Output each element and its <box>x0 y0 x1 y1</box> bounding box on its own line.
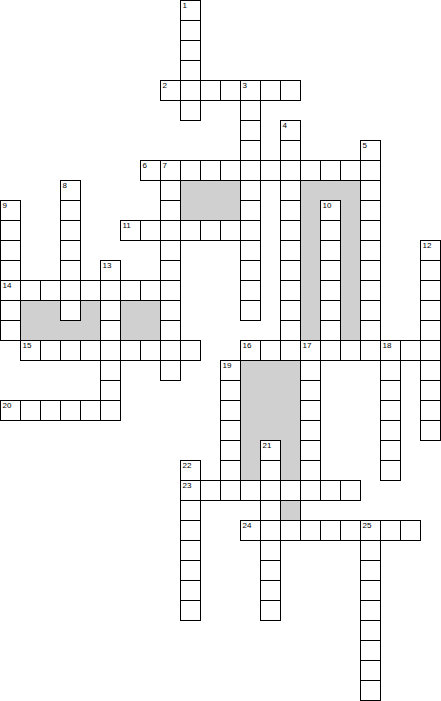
grid-cell[interactable] <box>360 240 381 261</box>
grid-cell[interactable]: 18 <box>380 340 401 361</box>
grid-cell[interactable]: 20 <box>0 400 21 421</box>
grid-cell[interactable] <box>20 400 41 421</box>
clue-number: 7 <box>163 161 167 170</box>
grid-cell[interactable] <box>60 400 81 421</box>
clue-number: 9 <box>3 201 7 210</box>
grid-cell[interactable] <box>100 300 121 321</box>
grid-cell[interactable] <box>200 80 221 101</box>
grid-cell[interactable] <box>220 400 241 421</box>
clue-number: 14 <box>3 281 12 290</box>
grid-cell[interactable] <box>340 520 361 541</box>
grid-cell[interactable] <box>260 480 281 501</box>
grid-cell[interactable] <box>320 260 341 281</box>
grid-cell[interactable] <box>0 320 21 341</box>
grid-cell[interactable] <box>400 520 421 541</box>
grid-cell[interactable]: 8 <box>60 180 81 201</box>
grid-cell[interactable]: 21 <box>260 440 281 461</box>
grid-cell[interactable] <box>280 280 301 301</box>
grid-cell[interactable] <box>260 560 281 581</box>
grid-cell[interactable] <box>360 340 381 361</box>
grid-cell[interactable] <box>280 200 301 221</box>
grid-cell[interactable] <box>360 580 381 601</box>
grid-cell[interactable]: 4 <box>280 120 301 141</box>
grid-cell[interactable] <box>240 160 261 181</box>
grid-cell[interactable] <box>320 300 341 321</box>
grid-cell[interactable] <box>140 280 161 301</box>
grid-cell[interactable] <box>300 480 321 501</box>
grid-cell[interactable] <box>280 320 301 341</box>
clue-number: 13 <box>103 261 112 270</box>
grid-cell[interactable] <box>300 400 321 421</box>
grid-cell[interactable] <box>40 400 61 421</box>
grid-cell[interactable] <box>180 160 201 181</box>
grid-cell[interactable] <box>280 260 301 281</box>
grid-cell[interactable] <box>0 240 21 261</box>
grid-cell[interactable] <box>40 340 61 361</box>
clue-number: 15 <box>23 341 32 350</box>
grid-cell[interactable] <box>360 260 381 281</box>
grid-cell[interactable] <box>180 100 201 121</box>
clue-number: 11 <box>123 221 131 230</box>
grid-cell[interactable] <box>0 300 21 321</box>
grid-cell[interactable] <box>220 80 241 101</box>
grid-cell[interactable] <box>240 180 261 201</box>
grid-cell[interactable] <box>420 260 441 281</box>
grid-cell[interactable] <box>240 280 261 301</box>
grid-cell[interactable] <box>300 440 321 461</box>
grid-cell[interactable] <box>420 280 441 301</box>
grid-cell[interactable] <box>80 400 101 421</box>
grid-cell[interactable] <box>60 200 81 221</box>
grid-cell[interactable] <box>300 420 321 441</box>
clue-number: 6 <box>143 161 147 170</box>
clue-number: 5 <box>363 141 367 150</box>
grid-cell[interactable] <box>260 460 281 481</box>
grid-cell[interactable] <box>320 480 341 501</box>
grid-cell[interactable] <box>380 400 401 421</box>
grid-cell[interactable] <box>160 240 181 261</box>
shaded-region <box>280 500 301 521</box>
grid-cell[interactable] <box>420 300 441 321</box>
grid-cell[interactable] <box>300 520 321 541</box>
grid-cell[interactable] <box>300 380 321 401</box>
grid-cell[interactable] <box>380 420 401 441</box>
grid-cell[interactable]: 19 <box>220 360 241 381</box>
grid-cell[interactable] <box>280 340 301 361</box>
grid-cell[interactable] <box>360 660 381 681</box>
grid-cell[interactable]: 13 <box>100 260 121 281</box>
grid-cell[interactable] <box>340 480 361 501</box>
grid-cell[interactable] <box>240 300 261 321</box>
clue-number: 16 <box>243 341 252 350</box>
grid-cell[interactable] <box>360 600 381 621</box>
grid-cell[interactable]: 12 <box>420 240 441 261</box>
grid-cell[interactable] <box>180 580 201 601</box>
grid-cell[interactable] <box>240 480 261 501</box>
grid-cell[interactable] <box>220 380 241 401</box>
grid-cell[interactable] <box>260 80 281 101</box>
grid-cell[interactable]: 22 <box>180 460 201 481</box>
grid-cell[interactable] <box>220 160 241 181</box>
grid-cell[interactable] <box>100 320 121 341</box>
grid-cell[interactable] <box>0 260 21 281</box>
grid-cell[interactable] <box>60 280 81 301</box>
crossword-board: 1234567891011121314151617181920212223242… <box>0 0 441 701</box>
grid-cell[interactable] <box>160 220 181 241</box>
grid-cell[interactable] <box>180 600 201 621</box>
clue-number: 3 <box>243 81 247 90</box>
grid-cell[interactable] <box>420 400 441 421</box>
grid-cell[interactable] <box>100 380 121 401</box>
grid-cell[interactable] <box>180 520 201 541</box>
grid-cell[interactable] <box>340 160 361 181</box>
grid-cell[interactable]: 10 <box>320 200 341 221</box>
clue-number: 18 <box>383 341 392 350</box>
grid-cell[interactable]: 17 <box>300 340 321 361</box>
grid-cell[interactable] <box>380 520 401 541</box>
grid-cell[interactable] <box>360 300 381 321</box>
clue-number: 8 <box>63 181 67 190</box>
grid-cell[interactable] <box>280 140 301 161</box>
grid-cell[interactable] <box>320 280 341 301</box>
clue-number: 2 <box>163 81 167 90</box>
grid-cell[interactable] <box>280 180 301 201</box>
grid-cell[interactable] <box>240 260 261 281</box>
grid-cell[interactable] <box>20 280 41 301</box>
grid-cell[interactable] <box>360 680 381 701</box>
grid-cell[interactable]: 24 <box>240 520 261 541</box>
grid-cell[interactable] <box>380 380 401 401</box>
grid-cell[interactable] <box>420 380 441 401</box>
grid-cell[interactable]: 9 <box>0 200 21 221</box>
grid-cell[interactable] <box>300 460 321 481</box>
grid-cell[interactable] <box>360 160 381 181</box>
grid-cell[interactable] <box>380 360 401 381</box>
clue-number: 4 <box>283 121 287 130</box>
grid-cell[interactable] <box>180 500 201 521</box>
clue-number: 25 <box>363 521 372 530</box>
grid-cell[interactable] <box>260 160 281 181</box>
grid-cell[interactable] <box>260 340 281 361</box>
grid-cell[interactable] <box>240 240 261 261</box>
grid-cell[interactable] <box>420 320 441 341</box>
grid-cell[interactable] <box>60 240 81 261</box>
grid-cell[interactable] <box>80 340 101 361</box>
clue-number: 12 <box>423 241 432 250</box>
grid-cell[interactable] <box>300 160 321 181</box>
grid-cell[interactable] <box>100 280 121 301</box>
grid-cell[interactable] <box>300 360 321 381</box>
grid-cell[interactable] <box>220 220 241 241</box>
grid-cell[interactable]: 5 <box>360 140 381 161</box>
grid-cell[interactable] <box>420 340 441 361</box>
grid-cell[interactable] <box>220 440 241 461</box>
grid-cell[interactable] <box>240 120 261 141</box>
grid-cell[interactable]: 3 <box>240 80 261 101</box>
grid-cell[interactable] <box>180 40 201 61</box>
grid-cell[interactable] <box>320 240 341 261</box>
grid-cell[interactable] <box>340 340 361 361</box>
grid-cell[interactable] <box>280 520 301 541</box>
grid-cell[interactable] <box>40 280 61 301</box>
grid-cell[interactable]: 14 <box>0 280 21 301</box>
grid-cell[interactable] <box>180 560 201 581</box>
grid-cell[interactable] <box>320 220 341 241</box>
clue-number: 22 <box>183 461 192 470</box>
grid-cell[interactable] <box>180 540 201 561</box>
grid-cell[interactable] <box>280 240 301 261</box>
grid-cell[interactable] <box>160 340 181 361</box>
shaded-region <box>120 300 161 341</box>
grid-cell[interactable] <box>200 220 221 241</box>
grid-cell[interactable] <box>280 80 301 101</box>
grid-cell[interactable] <box>420 420 441 441</box>
clue-number: 23 <box>183 481 192 490</box>
grid-cell[interactable] <box>180 20 201 41</box>
grid-cell[interactable] <box>160 300 181 321</box>
clue-number: 24 <box>243 521 252 530</box>
grid-cell[interactable] <box>260 580 281 601</box>
grid-cell[interactable]: 25 <box>360 520 381 541</box>
grid-cell[interactable] <box>160 260 181 281</box>
grid-cell[interactable] <box>60 300 81 321</box>
grid-cell[interactable] <box>240 200 261 221</box>
grid-cell[interactable] <box>240 140 261 161</box>
grid-cell[interactable] <box>260 500 281 521</box>
grid-cell[interactable] <box>280 220 301 241</box>
grid-cell[interactable] <box>260 540 281 561</box>
grid-cell[interactable] <box>220 480 241 501</box>
grid-cell[interactable] <box>200 480 221 501</box>
grid-cell[interactable] <box>360 200 381 221</box>
grid-cell[interactable] <box>280 480 301 501</box>
grid-cell[interactable] <box>180 80 201 101</box>
grid-cell[interactable] <box>280 160 301 181</box>
grid-cell[interactable] <box>360 560 381 581</box>
shaded-region <box>180 180 241 221</box>
clue-number: 1 <box>183 1 187 10</box>
grid-cell[interactable] <box>160 320 181 341</box>
grid-cell[interactable] <box>420 360 441 381</box>
grid-cell[interactable] <box>400 340 421 361</box>
grid-cell[interactable] <box>220 420 241 441</box>
grid-cell[interactable] <box>160 280 181 301</box>
grid-cell[interactable]: 23 <box>180 480 201 501</box>
grid-cell[interactable] <box>260 520 281 541</box>
grid-cell[interactable] <box>160 200 181 221</box>
grid-cell[interactable] <box>320 320 341 341</box>
grid-cell[interactable]: 2 <box>160 80 181 101</box>
grid-cell[interactable] <box>60 260 81 281</box>
grid-cell[interactable]: 11 <box>120 220 141 241</box>
grid-cell[interactable] <box>140 220 161 241</box>
grid-cell[interactable] <box>140 340 161 361</box>
grid-cell[interactable] <box>60 220 81 241</box>
grid-cell[interactable] <box>360 320 381 341</box>
grid-cell[interactable] <box>180 220 201 241</box>
grid-cell[interactable] <box>360 620 381 641</box>
grid-cell[interactable] <box>120 340 141 361</box>
grid-cell[interactable] <box>320 340 341 361</box>
grid-cell[interactable] <box>320 160 341 181</box>
grid-cell[interactable] <box>80 280 101 301</box>
grid-cell[interactable] <box>120 280 141 301</box>
grid-cell[interactable] <box>360 220 381 241</box>
grid-cell[interactable]: 15 <box>20 340 41 361</box>
grid-cell[interactable] <box>180 340 201 361</box>
grid-cell[interactable]: 1 <box>180 0 201 21</box>
grid-cell[interactable] <box>360 180 381 201</box>
grid-cell[interactable] <box>360 540 381 561</box>
grid-cell[interactable] <box>380 460 401 481</box>
grid-cell[interactable] <box>360 640 381 661</box>
grid-cell[interactable] <box>240 100 261 121</box>
grid-cell[interactable] <box>240 220 261 241</box>
grid-cell[interactable] <box>360 280 381 301</box>
grid-cell[interactable] <box>100 340 121 361</box>
grid-cell[interactable] <box>100 400 121 421</box>
grid-cell[interactable] <box>260 600 281 621</box>
grid-cell[interactable] <box>160 360 181 381</box>
grid-cell[interactable] <box>60 340 81 361</box>
grid-cell[interactable] <box>280 300 301 321</box>
grid-cell[interactable]: 7 <box>160 160 181 181</box>
grid-cell[interactable] <box>160 180 181 201</box>
grid-cell[interactable] <box>380 440 401 461</box>
clue-number: 19 <box>223 361 232 370</box>
clue-number: 20 <box>3 401 12 410</box>
grid-cell[interactable] <box>0 220 21 241</box>
grid-cell[interactable] <box>220 460 241 481</box>
clue-number: 10 <box>323 201 332 210</box>
grid-cell[interactable] <box>100 360 121 381</box>
grid-cell[interactable] <box>320 520 341 541</box>
grid-cell[interactable] <box>180 60 201 81</box>
grid-cell[interactable]: 16 <box>240 340 261 361</box>
grid-cell[interactable] <box>200 160 221 181</box>
grid-cell[interactable]: 6 <box>140 160 161 181</box>
clue-number: 21 <box>263 441 272 450</box>
clue-number: 17 <box>303 341 312 350</box>
